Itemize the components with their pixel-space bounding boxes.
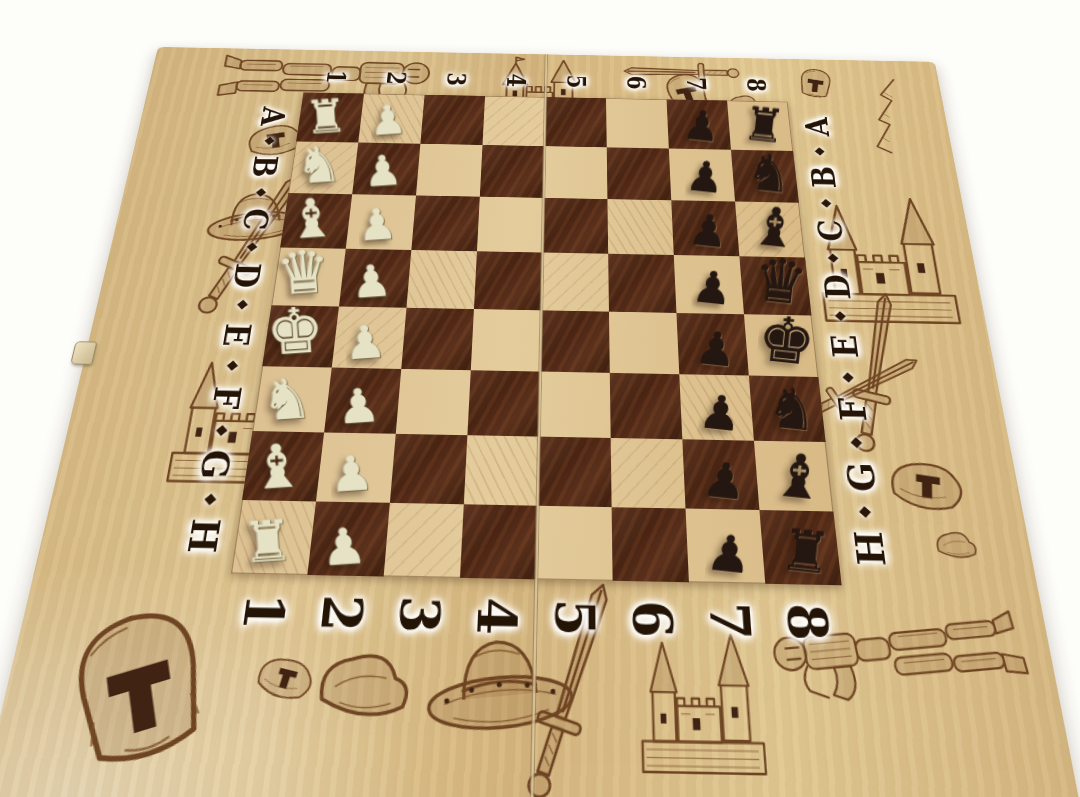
square-a5[interactable] (545, 97, 607, 147)
square-a2[interactable]: ♟ (358, 93, 424, 143)
piece-black-pawn[interactable]: ♟ (693, 323, 739, 373)
square-b4[interactable] (480, 144, 545, 197)
square-e7[interactable]: ♟ (676, 312, 748, 375)
piece-black-pawn[interactable]: ♟ (697, 387, 744, 438)
rank-label-top-7: 7 (676, 68, 716, 98)
piece-white-pawn[interactable]: ♟ (369, 98, 408, 141)
piece-black-pawn[interactable]: ♟ (682, 103, 723, 147)
square-f2[interactable]: ♟ (324, 367, 401, 433)
piece-white-pawn[interactable]: ♟ (320, 519, 368, 572)
square-b3[interactable] (416, 143, 483, 196)
rank-label-top-6: 6 (617, 67, 656, 97)
piece-white-pawn[interactable]: ♟ (336, 381, 381, 431)
piece-white-knight[interactable]: ♞ (295, 139, 343, 192)
square-g2[interactable]: ♟ (316, 432, 396, 502)
piece-white-rook[interactable]: ♜ (241, 511, 295, 571)
square-f6[interactable] (610, 372, 683, 438)
piece-white-knight[interactable]: ♞ (260, 370, 314, 430)
square-c7[interactable]: ♟ (671, 200, 739, 256)
rank-label-top-3: 3 (436, 64, 476, 94)
rank-label-bottom-7: 7 (704, 595, 756, 645)
file-label-right-G: G (835, 454, 886, 498)
file-label-left-F: F (201, 376, 252, 418)
square-f5[interactable] (539, 371, 611, 437)
rank-label-bottom-3: 3 (393, 589, 445, 639)
file-label-right-H: H (843, 524, 896, 571)
file-label-left-A: A (252, 100, 296, 131)
rank-label-top-2: 2 (375, 63, 416, 93)
square-d2[interactable]: ♟ (339, 248, 411, 307)
box-clasp (70, 341, 97, 365)
piece-white-pawn[interactable]: ♟ (328, 448, 375, 499)
piece-black-pawn[interactable]: ♟ (684, 154, 726, 200)
square-g1[interactable]: ♝ (242, 431, 324, 501)
square-h8[interactable]: ♜ (759, 509, 841, 584)
square-e4[interactable] (471, 309, 542, 372)
file-separator-diamond (247, 242, 258, 251)
sketch-rocks-right (927, 519, 995, 566)
square-a4[interactable] (482, 95, 545, 145)
file-label-right-A: A (796, 110, 838, 142)
rank-label-bottom-2: 2 (315, 588, 369, 638)
square-f8[interactable]: ♞ (749, 375, 826, 442)
square-f7[interactable]: ♟ (679, 374, 754, 440)
piece-black-king[interactable]: ♚ (755, 306, 818, 375)
sketch-castle-bottom-center (628, 585, 780, 797)
file-separator-diamond (256, 188, 266, 197)
file-separator-diamond (821, 199, 831, 208)
file-label-left-E: E (213, 315, 262, 354)
file-separator-diamond (851, 437, 863, 448)
piece-white-rook[interactable]: ♜ (304, 91, 348, 140)
square-e1[interactable]: ♚ (262, 305, 339, 367)
file-separator-diamond (227, 360, 238, 370)
file-label-right-F: F (828, 388, 878, 430)
square-h4[interactable] (460, 504, 538, 579)
file-label-left-H: H (177, 512, 232, 559)
square-d6[interactable] (608, 253, 676, 312)
sketch-small-helm-bottom-left (243, 639, 328, 715)
sketch-mountains-top-right (851, 74, 922, 157)
photo-stage: AABBCCDDEEFFGGHH1122334455667788 ♜♟♟♜♞♟♟… (0, 0, 1080, 797)
piece-black-bishop[interactable]: ♝ (769, 443, 829, 508)
square-f1[interactable]: ♞ (252, 366, 331, 432)
sketch-great-helm-bottom-left (33, 574, 252, 797)
square-g6[interactable] (611, 437, 686, 508)
rank-label-bottom-6: 6 (627, 594, 677, 644)
rank-label-bottom-8: 8 (781, 597, 834, 647)
square-a6[interactable] (606, 98, 669, 148)
piece-white-bishop[interactable]: ♝ (249, 434, 307, 498)
file-label-left-C: C (233, 201, 279, 236)
square-g3[interactable] (390, 433, 468, 503)
square-e2[interactable]: ♟ (332, 306, 407, 368)
square-h3[interactable] (384, 502, 464, 577)
piece-white-pawn[interactable]: ♟ (343, 317, 387, 365)
file-label-left-D: D (223, 257, 271, 294)
square-d5[interactable] (541, 252, 609, 311)
file-separator-diamond (216, 425, 228, 436)
piece-black-pawn[interactable]: ♟ (705, 526, 755, 581)
rank-label-bottom-5: 5 (550, 592, 599, 642)
file-separator-diamond (265, 136, 275, 144)
sketch-helm-rock-right (879, 445, 975, 524)
piece-white-pawn[interactable]: ♟ (363, 148, 403, 192)
square-h7[interactable]: ♟ (686, 508, 766, 583)
file-label-left-B: B (243, 149, 288, 182)
square-e5[interactable] (540, 310, 610, 373)
square-e8[interactable]: ♚ (744, 314, 818, 377)
piece-black-knight[interactable]: ♞ (744, 146, 794, 201)
rank-label-top-8: 8 (736, 69, 777, 99)
piece-white-pawn[interactable]: ♟ (357, 201, 398, 247)
piece-black-pawn[interactable]: ♟ (690, 264, 734, 312)
square-c6[interactable] (607, 199, 673, 255)
square-a3[interactable] (420, 94, 485, 144)
square-c5[interactable] (543, 197, 609, 253)
file-label-right-E: E (820, 326, 868, 365)
rank-label-top-1: 1 (315, 61, 357, 91)
file-separator-diamond (204, 493, 216, 504)
piece-black-pawn[interactable]: ♟ (701, 454, 749, 507)
sketch-rocks-bottom (300, 605, 447, 757)
file-separator-diamond (842, 372, 853, 382)
file-separator-diamond (859, 506, 871, 518)
square-e6[interactable] (609, 311, 679, 374)
square-b5[interactable] (544, 146, 608, 199)
file-separator-diamond (828, 253, 839, 262)
square-f3[interactable] (396, 368, 471, 434)
rank-label-bottom-4: 4 (471, 591, 522, 641)
square-g8[interactable]: ♝ (754, 440, 833, 511)
square-e3[interactable] (401, 307, 474, 370)
piece-white-king[interactable]: ♚ (265, 298, 326, 365)
rank-label-top-4: 4 (496, 65, 535, 95)
square-h1[interactable]: ♜ (231, 500, 316, 575)
sketch-armored-knight-bottom-right (747, 555, 1068, 779)
square-f4[interactable] (467, 370, 540, 436)
file-label-right-B: B (801, 160, 845, 193)
square-h5[interactable] (536, 505, 612, 580)
wooden-chess-box: AABBCCDDEEFFGGHH1122334455667788 ♜♟♟♜♞♟♟… (0, 46, 1080, 797)
square-a7[interactable]: ♟ (667, 99, 731, 149)
square-d3[interactable] (406, 250, 477, 309)
file-separator-diamond (815, 147, 825, 155)
square-h6[interactable] (612, 507, 689, 582)
piece-black-pawn[interactable]: ♟ (687, 207, 730, 254)
square-d7[interactable]: ♟ (674, 255, 744, 314)
square-c3[interactable] (411, 195, 479, 251)
square-b2[interactable]: ♟ (352, 142, 420, 195)
file-label-right-D: D (814, 268, 860, 305)
sketch-sword-bottom-center (503, 571, 627, 797)
square-c4[interactable] (477, 196, 544, 252)
square-b6[interactable] (607, 147, 672, 200)
file-label-left-G: G (189, 442, 242, 486)
square-c2[interactable]: ♟ (346, 194, 416, 250)
square-b7[interactable]: ♟ (669, 148, 735, 201)
square-d4[interactable] (474, 251, 543, 310)
sketch-small-helm-top-right (787, 62, 843, 104)
square-h2[interactable]: ♟ (307, 501, 390, 576)
file-separator-diamond (835, 311, 846, 321)
rank-label-top-5: 5 (557, 66, 595, 96)
square-g7[interactable]: ♟ (682, 439, 759, 510)
file-separator-diamond (237, 299, 248, 309)
sketch-kettle-helmet-bottom-center (411, 618, 594, 772)
square-g4[interactable] (464, 435, 539, 505)
file-label-right-C: C (807, 212, 852, 247)
piece-white-pawn[interactable]: ♟ (350, 258, 393, 305)
rank-label-bottom-1: 1 (236, 586, 291, 636)
piece-black-rook[interactable]: ♜ (778, 521, 834, 583)
piece-black-knight[interactable]: ♞ (764, 379, 820, 440)
piece-black-rook[interactable]: ♜ (741, 99, 787, 149)
square-g5[interactable] (538, 436, 612, 507)
